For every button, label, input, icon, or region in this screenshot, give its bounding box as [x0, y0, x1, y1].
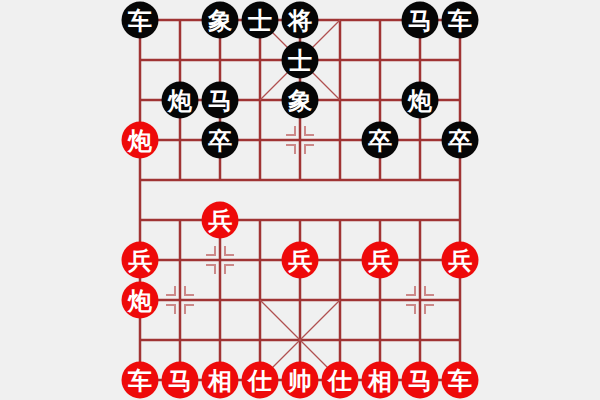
black-horse[interactable]: 马	[402, 2, 439, 39]
black-chariot[interactable]: 车	[442, 2, 479, 39]
red-cannon[interactable]: 炮	[122, 122, 159, 159]
black-advisor[interactable]: 士	[242, 2, 279, 39]
red-advisor[interactable]: 仕	[242, 362, 279, 399]
black-elephant[interactable]: 象	[282, 82, 319, 119]
red-cannon[interactable]: 炮	[122, 282, 159, 319]
red-soldier[interactable]: 兵	[282, 242, 319, 279]
black-horse[interactable]: 马	[202, 82, 239, 119]
red-horse[interactable]: 马	[402, 362, 439, 399]
red-elephant[interactable]: 相	[202, 362, 239, 399]
black-cannon[interactable]: 炮	[162, 82, 199, 119]
red-soldier[interactable]: 兵	[122, 242, 159, 279]
black-general[interactable]: 将	[282, 2, 319, 39]
red-soldier[interactable]: 兵	[202, 202, 239, 239]
black-cannon[interactable]: 炮	[402, 82, 439, 119]
red-soldier[interactable]: 兵	[362, 242, 399, 279]
red-horse[interactable]: 马	[162, 362, 199, 399]
xiangqi-board[interactable]: 车象士将马车士炮马象炮卒卒卒炮兵兵兵兵兵炮车马相仕帅仕相马车	[120, 0, 480, 400]
black-soldier[interactable]: 卒	[202, 122, 239, 159]
pieces-layer: 车象士将马车士炮马象炮卒卒卒炮兵兵兵兵兵炮车马相仕帅仕相马车	[120, 0, 480, 400]
black-elephant[interactable]: 象	[202, 2, 239, 39]
red-soldier[interactable]: 兵	[442, 242, 479, 279]
xiangqi-app: 车象士将马车士炮马象炮卒卒卒炮兵兵兵兵兵炮车马相仕帅仕相马车	[0, 0, 600, 400]
red-elephant[interactable]: 相	[362, 362, 399, 399]
black-advisor[interactable]: 士	[282, 42, 319, 79]
red-chariot[interactable]: 车	[442, 362, 479, 399]
red-advisor[interactable]: 仕	[322, 362, 359, 399]
black-soldier[interactable]: 卒	[362, 122, 399, 159]
red-chariot[interactable]: 车	[122, 362, 159, 399]
red-general[interactable]: 帅	[282, 362, 319, 399]
black-soldier[interactable]: 卒	[442, 122, 479, 159]
black-chariot[interactable]: 车	[122, 2, 159, 39]
